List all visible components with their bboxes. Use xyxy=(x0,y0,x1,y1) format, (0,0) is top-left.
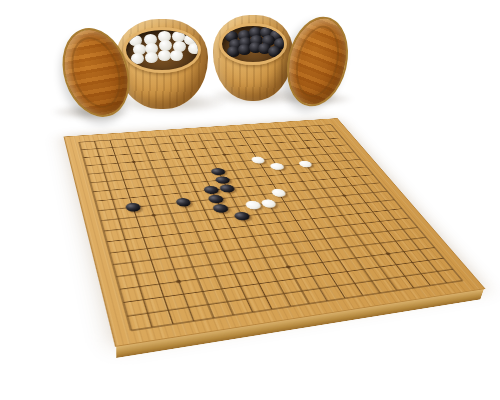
white-bowl-stone xyxy=(131,53,144,64)
black-stone-bowl xyxy=(213,15,293,101)
board-grid xyxy=(65,119,485,346)
white-stone-bowl xyxy=(116,19,208,109)
go-board[interactable] xyxy=(63,118,485,347)
black-bowl-opening xyxy=(219,23,287,65)
white-bowl-stone xyxy=(145,52,158,63)
black-bowl-stone xyxy=(268,46,281,57)
white-bowl-stone xyxy=(170,50,183,61)
white-bowl-opening xyxy=(123,27,201,73)
white-bowl-stone xyxy=(158,50,171,61)
go-set-photo-scene xyxy=(0,0,500,400)
white-bowl-stone xyxy=(188,43,201,54)
